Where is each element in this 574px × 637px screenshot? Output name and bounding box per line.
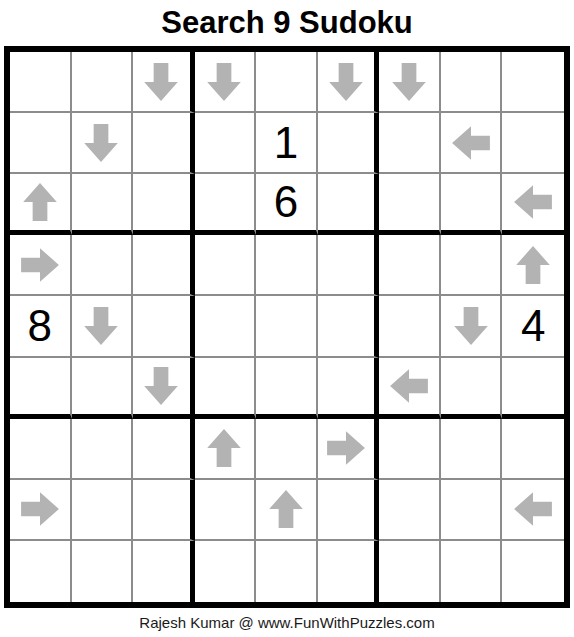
cell-r2c7[interactable] xyxy=(379,113,441,174)
cell-r4c1[interactable] xyxy=(10,235,72,296)
cell-r5c6[interactable] xyxy=(318,296,380,357)
cell-r5c4[interactable] xyxy=(195,296,257,357)
cell-r5c9[interactable]: 4 xyxy=(502,296,564,357)
arrow-left-icon xyxy=(450,122,492,164)
cell-r8c5[interactable] xyxy=(256,480,318,541)
cell-r7c7[interactable] xyxy=(379,419,441,480)
cell-r8c1[interactable] xyxy=(10,480,72,541)
cell-r3c4[interactable] xyxy=(195,174,257,235)
cell-r2c2[interactable] xyxy=(72,113,134,174)
arrow-left-icon xyxy=(512,181,554,223)
cell-r4c2[interactable] xyxy=(72,235,134,296)
arrow-up-icon xyxy=(203,427,245,469)
cell-r2c1[interactable] xyxy=(10,113,72,174)
cell-r5c8[interactable] xyxy=(441,296,503,357)
given-digit: 1 xyxy=(274,121,298,165)
given-digit: 6 xyxy=(274,180,298,224)
given-digit: 4 xyxy=(521,304,545,348)
cell-r5c7[interactable] xyxy=(379,296,441,357)
cell-r5c3[interactable] xyxy=(133,296,195,357)
cell-r9c5[interactable] xyxy=(256,541,318,602)
arrow-down-icon xyxy=(450,305,492,347)
cell-r9c8[interactable] xyxy=(441,541,503,602)
cell-r4c5[interactable] xyxy=(256,235,318,296)
cell-r2c8[interactable] xyxy=(441,113,503,174)
cell-r8c8[interactable] xyxy=(441,480,503,541)
page-title: Search 9 Sudoku xyxy=(161,0,413,46)
cell-r3c7[interactable] xyxy=(379,174,441,235)
cell-r2c5[interactable]: 1 xyxy=(256,113,318,174)
arrow-left-icon xyxy=(388,365,430,407)
cell-r6c8[interactable] xyxy=(441,358,503,419)
cell-r3c6[interactable] xyxy=(318,174,380,235)
cell-r1c5[interactable] xyxy=(256,52,318,113)
cell-r8c3[interactable] xyxy=(133,480,195,541)
cell-r4c4[interactable] xyxy=(195,235,257,296)
arrow-up-icon xyxy=(19,181,61,223)
cell-r4c3[interactable] xyxy=(133,235,195,296)
arrow-right-icon xyxy=(19,244,61,286)
cell-r4c8[interactable] xyxy=(441,235,503,296)
cell-r7c5[interactable] xyxy=(256,419,318,480)
cell-r9c7[interactable] xyxy=(379,541,441,602)
arrow-down-icon xyxy=(140,61,182,103)
cell-r2c9[interactable] xyxy=(502,113,564,174)
cell-r6c9[interactable] xyxy=(502,358,564,419)
arrow-down-icon xyxy=(325,61,367,103)
cell-r9c4[interactable] xyxy=(195,541,257,602)
cell-r6c1[interactable] xyxy=(10,358,72,419)
cell-r4c6[interactable] xyxy=(318,235,380,296)
arrow-right-icon xyxy=(19,488,61,530)
cell-r7c4[interactable] xyxy=(195,419,257,480)
arrow-up-icon xyxy=(265,488,307,530)
arrow-down-icon xyxy=(203,61,245,103)
arrow-down-icon xyxy=(388,61,430,103)
cell-r1c4[interactable] xyxy=(195,52,257,113)
cell-r3c9[interactable] xyxy=(502,174,564,235)
arrow-down-icon xyxy=(80,122,122,164)
cell-r2c6[interactable] xyxy=(318,113,380,174)
cell-r7c1[interactable] xyxy=(10,419,72,480)
cell-r6c6[interactable] xyxy=(318,358,380,419)
cell-r7c2[interactable] xyxy=(72,419,134,480)
cell-r6c4[interactable] xyxy=(195,358,257,419)
cell-r7c9[interactable] xyxy=(502,419,564,480)
cell-r3c5[interactable]: 6 xyxy=(256,174,318,235)
cell-r4c9[interactable] xyxy=(502,235,564,296)
arrow-left-icon xyxy=(512,488,554,530)
given-digit: 8 xyxy=(28,304,52,348)
cell-r9c1[interactable] xyxy=(10,541,72,602)
cell-r6c3[interactable] xyxy=(133,358,195,419)
cell-r5c5[interactable] xyxy=(256,296,318,357)
cell-r5c2[interactable] xyxy=(72,296,134,357)
cell-r3c1[interactable] xyxy=(10,174,72,235)
arrow-up-icon xyxy=(512,244,554,286)
cell-r8c7[interactable] xyxy=(379,480,441,541)
cell-r3c2[interactable] xyxy=(72,174,134,235)
cell-r1c7[interactable] xyxy=(379,52,441,113)
cell-r1c2[interactable] xyxy=(72,52,134,113)
cell-r5c1[interactable]: 8 xyxy=(10,296,72,357)
cell-r6c7[interactable] xyxy=(379,358,441,419)
cell-r9c6[interactable] xyxy=(318,541,380,602)
cell-r4c7[interactable] xyxy=(379,235,441,296)
cell-r7c6[interactable] xyxy=(318,419,380,480)
cell-r1c1[interactable] xyxy=(10,52,72,113)
cell-r3c3[interactable] xyxy=(133,174,195,235)
cell-r8c4[interactable] xyxy=(195,480,257,541)
cell-r1c8[interactable] xyxy=(441,52,503,113)
cell-r7c8[interactable] xyxy=(441,419,503,480)
cell-r6c5[interactable] xyxy=(256,358,318,419)
arrow-right-icon xyxy=(325,427,367,469)
cell-r7c3[interactable] xyxy=(133,419,195,480)
cell-r6c2[interactable] xyxy=(72,358,134,419)
cell-r9c2[interactable] xyxy=(72,541,134,602)
cell-r9c3[interactable] xyxy=(133,541,195,602)
cell-r2c3[interactable] xyxy=(133,113,195,174)
arrow-down-icon xyxy=(80,305,122,347)
arrow-down-icon xyxy=(140,365,182,407)
cell-r3c8[interactable] xyxy=(441,174,503,235)
cell-r9c9[interactable] xyxy=(502,541,564,602)
cell-r1c6[interactable] xyxy=(318,52,380,113)
cell-r1c3[interactable] xyxy=(133,52,195,113)
footer-credit: Rajesh Kumar @ www.FunWithPuzzles.com xyxy=(139,608,434,637)
cell-r2c4[interactable] xyxy=(195,113,257,174)
sudoku-board: 1684 xyxy=(4,46,570,608)
cell-r8c2[interactable] xyxy=(72,480,134,541)
page: Search 9 Sudoku 1684 Rajesh Kumar @ www.… xyxy=(0,0,574,637)
cell-r8c9[interactable] xyxy=(502,480,564,541)
cell-r1c9[interactable] xyxy=(502,52,564,113)
cell-r8c6[interactable] xyxy=(318,480,380,541)
